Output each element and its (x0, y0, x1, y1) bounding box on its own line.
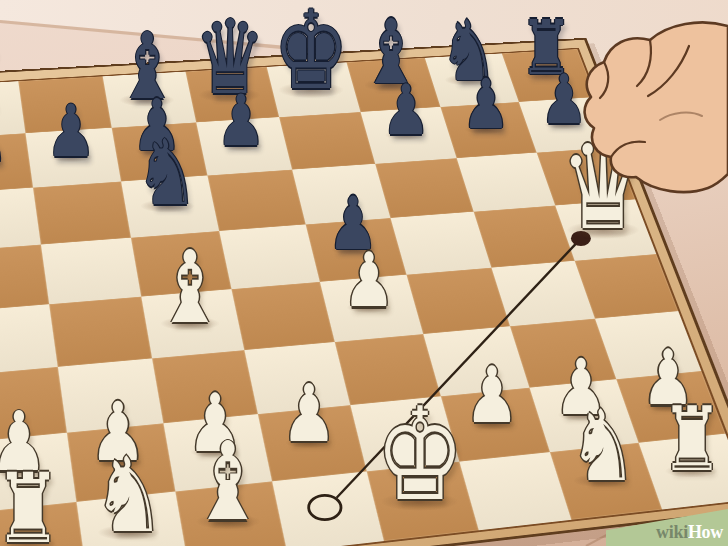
square-c1 (175, 481, 287, 546)
square-d7 (196, 117, 292, 175)
square-b4 (49, 297, 152, 367)
square-e7 (279, 112, 375, 170)
square-c3 (152, 350, 258, 423)
chess-board-frame (0, 38, 728, 546)
square-d3 (244, 342, 350, 414)
knuckle-shade (660, 113, 702, 120)
square-d6 (207, 170, 305, 231)
square-c8 (103, 72, 197, 128)
square-c5 (131, 231, 232, 297)
square-d8 (185, 67, 279, 122)
square-f8 (347, 58, 441, 112)
square-h6 (537, 147, 636, 205)
square-e8 (267, 62, 361, 117)
square-e4 (320, 275, 423, 342)
watermark-wiki-text: wiki (656, 522, 688, 543)
square-a2 (0, 433, 76, 513)
square-d2 (258, 405, 367, 481)
square-e5 (306, 218, 407, 282)
square-e2 (350, 396, 459, 471)
square-c2 (163, 414, 272, 491)
chess-illustration: ♜♝♛♚♝♞♜♟♟♟♟♟♟♟♞♟♛♝♟♟♟♟♟♟♟♟♜♞♝♚♞♜ wikiHow (0, 0, 728, 546)
square-d4 (231, 282, 334, 350)
square-b6 (33, 181, 131, 244)
square-b8 (18, 76, 111, 133)
square-b1 (76, 492, 187, 546)
square-b5 (41, 238, 141, 305)
square-e6 (292, 164, 390, 225)
square-b7 (25, 128, 121, 188)
square-a4 (0, 304, 58, 375)
grain-line (690, 150, 728, 170)
square-a3 (0, 367, 67, 442)
square-c6 (121, 175, 219, 237)
square-c4 (141, 289, 244, 358)
square-h7 (519, 97, 615, 153)
square-b3 (58, 358, 164, 432)
square-e3 (335, 334, 441, 405)
square-d5 (219, 224, 320, 289)
square-b2 (67, 423, 175, 502)
chess-board (0, 48, 728, 546)
square-c7 (112, 122, 208, 181)
watermark-how-text: How (688, 522, 723, 543)
square-a1 (0, 502, 87, 546)
square-d1 (272, 471, 384, 546)
square-h8 (502, 49, 596, 102)
